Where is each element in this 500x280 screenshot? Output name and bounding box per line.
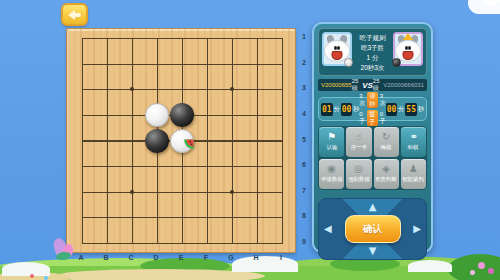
white-flag-icon: ⚑ [327,132,336,142]
column-label: D [153,254,158,261]
rule-line: 1 分 [352,53,394,63]
stone-black [170,103,194,127]
left-player-clock: 01 分 00 秒 [321,103,359,116]
white-stone-decoration [232,256,298,272]
column-label: B [103,254,108,261]
dpad-navigator: ▲ ◀ ▶ ▼ 确认 [318,198,427,260]
action-button-count-request[interactable]: ◉申请数棋 [319,159,344,189]
action-button-draw[interactable]: ⚭和棋 [401,127,426,157]
byoyomi-badge: 读秒 [367,92,377,108]
left-player-avatar[interactable] [322,32,352,66]
action-button-count-force[interactable]: ◎强制数棋 [346,159,371,189]
column-label: I [280,254,282,261]
left-minutes: 01 [321,103,333,116]
action-button-label: 申请数棋 [321,175,343,183]
white-stone-indicator [344,58,353,67]
row-label: 7 [302,187,306,194]
action-button-position-judge[interactable]: ◈形势判断 [374,159,399,189]
action-button-label: 停一手 [351,143,367,151]
column-label: C [128,254,133,261]
dpad-up-arrow[interactable]: ▲ [369,202,377,212]
left-player-name: V20000655 [321,82,352,88]
captures-row: 0子 提子 0子 [359,110,385,126]
star-point [230,87,234,91]
row-label: 1 [302,33,306,40]
board-grid[interactable] [82,38,283,244]
right-player-clock: 00 分 55 秒 [386,103,424,116]
action-button-label: 智能裁判 [403,175,425,183]
star-point [130,87,134,91]
black-stone-indicator [392,58,401,67]
rule-line: 20秒3次 [352,63,394,73]
right-player-avatar[interactable] [393,32,423,66]
game-screen: ABCDEFGHI123456789 吃子规则 吃3子胜 1 分 20秒3次 [0,0,500,280]
action-button-label: 形势判断 [375,175,397,183]
flower [30,274,34,278]
minute-unit: 分 [398,105,404,114]
minute-unit: 分 [334,105,340,114]
action-button-white-flag[interactable]: ⚑认输 [319,127,344,157]
match-rules: 吃子规则 吃3子胜 1 分 20秒3次 [352,32,394,72]
draw-icon: ⚭ [409,132,417,142]
row-label: 6 [302,161,306,168]
count-request-icon: ◉ [327,164,336,174]
stone-black [145,129,169,153]
undo-icon: ↻ [382,132,390,142]
row-label: 3 [302,84,306,91]
byoyomi-row: 3次 读秒 3次 [359,92,385,108]
row-label: 9 [302,238,306,245]
stone-white [145,103,169,127]
ai-referee-icon: ♟ [409,164,418,174]
star-point [230,190,234,194]
count-force-icon: ◎ [355,164,364,174]
players-card: 吃子规则 吃3子胜 1 分 20秒3次 [318,28,427,76]
dpad-down-arrow[interactable]: ▼ [369,246,377,256]
row-label: 5 [302,136,306,143]
action-button-ai-referee[interactable]: ♟智能裁判 [401,159,426,189]
bush [448,254,500,280]
column-label: E [179,254,184,261]
go-board [66,28,296,253]
back-arrow-icon [68,10,81,20]
second-unit: 秒 [418,105,424,114]
flower [488,268,494,274]
dpad-left-arrow[interactable]: ◀ [324,224,332,234]
back-button[interactable] [61,3,88,26]
landscape-decoration [0,254,500,280]
column-label: A [78,254,83,261]
watermelon-icon [183,136,195,154]
action-button-label: 强制数棋 [348,175,370,183]
game-info-panel: 吃子规则 吃3子胜 1 分 20秒3次 V20000655 25级 VS 25级… [312,22,433,253]
white-stone-decoration [2,262,50,276]
right-seconds: 55 [405,103,417,116]
hand-icon: ☝ [356,132,362,142]
right-player-level: 25级 [373,78,383,93]
action-button-label: 和棋 [408,143,419,151]
action-buttons-grid: ⚑认输☝停一手↻悔棋⚭和棋◉申请数棋◎强制数棋◈形势判断♟智能裁判 [318,126,427,190]
rule-line: 吃3子胜 [352,43,394,53]
row-label: 8 [302,212,306,219]
action-button-label: 悔棋 [381,143,392,151]
stone-white [170,129,194,153]
left-captures-count: 0子 [359,111,365,126]
row-label: 4 [302,110,306,117]
crown-icon [403,34,413,40]
dpad-right-arrow[interactable]: ▶ [413,224,421,234]
players-name-bar: V20000655 25级 VS 25级 V20000666031 [318,79,427,91]
action-button-label: 认输 [326,143,337,151]
column-label: H [253,254,258,261]
action-button-undo[interactable]: ↻悔棋 [374,127,399,157]
flower [44,276,48,280]
confirm-button[interactable]: 确认 [345,215,401,243]
byoyomi-captures: 3次 读秒 3次 0子 提子 0子 [359,92,385,126]
flower [470,270,475,275]
position-judge-icon: ◈ [382,164,390,174]
right-minutes: 00 [386,103,398,116]
left-seconds: 00 [341,103,353,116]
left-player-level: 25级 [352,78,362,93]
right-player-name: V20000666031 [383,82,424,88]
white-stone-decoration [408,260,452,272]
vs-label: VS [362,81,373,90]
rule-line: 吃子规则 [352,33,394,43]
action-button-hand[interactable]: ☝停一手 [346,127,371,157]
row-label: 2 [302,59,306,66]
confirm-label: 确认 [363,223,382,236]
column-label: F [204,254,208,261]
captures-badge: 提子 [367,110,377,126]
star-point [130,190,134,194]
left-byoyomi-count: 3次 [359,93,365,108]
flower [478,262,485,269]
column-label: G [228,254,233,261]
timers-section: 01 分 00 秒 3次 读秒 3次 0子 提子 0子 00 分 [318,97,427,121]
